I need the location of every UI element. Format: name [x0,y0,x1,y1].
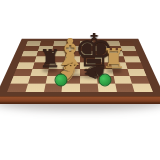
board-side-edge [0,96,160,104]
square-b1[interactable] [25,84,45,92]
square-b2[interactable] [28,76,47,84]
square-h3[interactable] [128,69,147,76]
chess-set-photo: ♜♝♚♜♞♞ [0,0,160,160]
felt-base-dark-knight [99,74,112,87]
square-e1[interactable] [80,84,98,92]
felt-base-light-knight [55,74,68,87]
square-h1[interactable] [132,84,153,92]
square-h2[interactable] [130,76,150,84]
